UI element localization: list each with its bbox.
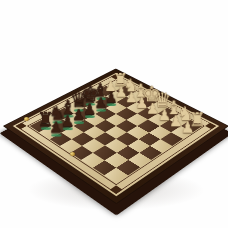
scene-3d: ♜♞♝♛♚♝♟♜♟♟♟♟♟♟♟♞♟♝♟♚♟♛♟♝♟♞♟♜ [0, 0, 228, 228]
border-corner-block [16, 123, 27, 130]
square-r1c1[interactable]: ♜ [30, 120, 52, 133]
square-r6c5[interactable] [127, 126, 149, 139]
border-corner-block [205, 123, 216, 130]
product-photo: ♜♞♝♛♚♝♟♜♟♟♟♟♟♟♟♞♟♝♟♚♟♛♟♝♟♞♟♜ [0, 0, 228, 228]
board-top-face: ♜♞♝♛♚♝♟♜♟♟♟♟♟♟♟♞♟♝♟♚♟♛♟♝♟♞♟♜ [3, 69, 228, 205]
board-border-strip: ♜♞♝♛♚♝♟♜♟♟♟♟♟♟♟♞♟♝♟♚♟♛♟♝♟♞♟♜ [13, 73, 219, 196]
brass-clasp-icon [70, 152, 75, 156]
border-corner-block [110, 185, 123, 194]
chess-board: ♜♞♝♛♚♝♟♜♟♟♟♟♟♟♟♞♟♝♟♚♟♛♟♝♟♞♟♜ [3, 69, 228, 205]
dark-pawn[interactable]: ♟ [49, 120, 63, 135]
brass-clasp-icon [24, 117, 29, 121]
square-r8c5[interactable] [150, 139, 173, 153]
light-pawn[interactable]: ♟ [181, 120, 195, 135]
